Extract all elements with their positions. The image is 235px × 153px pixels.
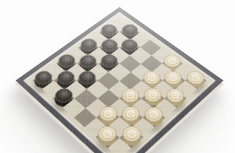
checkers-product-photo <box>0 0 235 153</box>
board-grid <box>32 17 206 153</box>
board-margin <box>25 13 213 153</box>
checkers-board <box>15 7 223 153</box>
